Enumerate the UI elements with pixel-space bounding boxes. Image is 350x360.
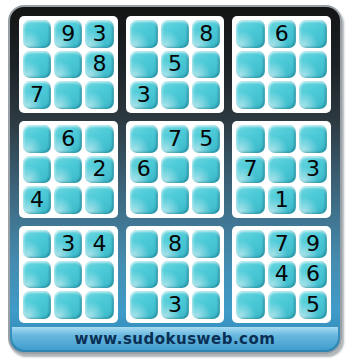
cell-r2c3[interactable]: 8 [85,51,113,79]
cell-r9c2[interactable] [54,291,82,319]
cell-r9c7[interactable] [236,291,264,319]
cell-r1c9[interactable] [299,20,327,48]
sudoku-board: 9387 853 6 624 756 731 34 83 79465 [19,16,331,323]
cell-r8c1[interactable] [23,261,51,289]
box-1: 9387 [19,16,118,113]
box-6: 731 [232,121,331,218]
cell-r7c7[interactable] [236,230,264,258]
cell-r4c9[interactable] [299,125,327,153]
cell-r6c4[interactable] [130,186,158,214]
cell-r4c3[interactable] [85,125,113,153]
box-7: 34 [19,226,118,323]
cell-r3c8[interactable] [268,81,296,109]
cell-r2c7[interactable] [236,51,264,79]
cell-r7c1[interactable] [23,230,51,258]
site-url[interactable]: www.sudokusweb.com [75,330,276,348]
cell-r4c4[interactable] [130,125,158,153]
cell-r4c8[interactable] [268,125,296,153]
cell-r8c8[interactable]: 4 [268,261,296,289]
cell-r8c6[interactable] [192,261,220,289]
box-9: 79465 [232,226,331,323]
cell-r7c5[interactable]: 8 [161,230,189,258]
cell-r5c9[interactable]: 3 [299,156,327,184]
cell-r4c7[interactable] [236,125,264,153]
cell-r3c6[interactable] [192,81,220,109]
cell-r8c9[interactable]: 6 [299,261,327,289]
cell-r5c3[interactable]: 2 [85,156,113,184]
cell-r1c1[interactable] [23,20,51,48]
cell-r6c6[interactable] [192,186,220,214]
cell-r4c6[interactable]: 5 [192,125,220,153]
cell-r6c9[interactable] [299,186,327,214]
cell-r7c3[interactable]: 4 [85,230,113,258]
cell-r8c7[interactable] [236,261,264,289]
cell-r1c5[interactable] [161,20,189,48]
cell-r6c3[interactable] [85,186,113,214]
cell-r8c3[interactable] [85,261,113,289]
cell-r3c5[interactable] [161,81,189,109]
cell-r4c5[interactable]: 7 [161,125,189,153]
cell-r1c3[interactable]: 3 [85,20,113,48]
cell-r2c9[interactable] [299,51,327,79]
cell-r5c1[interactable] [23,156,51,184]
cell-r7c6[interactable] [192,230,220,258]
sudoku-frame: 9387 853 6 624 756 731 34 83 79465 www.s… [8,5,342,354]
box-2: 853 [126,16,225,113]
cell-r9c3[interactable] [85,291,113,319]
cell-r9c6[interactable] [192,291,220,319]
cell-r6c7[interactable] [236,186,264,214]
cell-r8c2[interactable] [54,261,82,289]
cell-r2c2[interactable] [54,51,82,79]
cell-r5c6[interactable] [192,156,220,184]
cell-r2c6[interactable] [192,51,220,79]
cell-r7c2[interactable]: 3 [54,230,82,258]
cell-r9c9[interactable]: 5 [299,291,327,319]
box-3: 6 [232,16,331,113]
cell-r1c7[interactable] [236,20,264,48]
cell-r4c2[interactable]: 6 [54,125,82,153]
cell-r6c8[interactable]: 1 [268,186,296,214]
cell-r8c5[interactable] [161,261,189,289]
cell-r3c3[interactable] [85,81,113,109]
cell-r4c1[interactable] [23,125,51,153]
cell-r2c4[interactable] [130,51,158,79]
box-8: 83 [126,226,225,323]
cell-r1c8[interactable]: 6 [268,20,296,48]
cell-r9c5[interactable]: 3 [161,291,189,319]
cell-r2c5[interactable]: 5 [161,51,189,79]
cell-r5c4[interactable]: 6 [130,156,158,184]
cell-r3c2[interactable] [54,81,82,109]
box-5: 756 [126,121,225,218]
cell-r7c9[interactable]: 9 [299,230,327,258]
cell-r6c2[interactable] [54,186,82,214]
cell-r5c8[interactable] [268,156,296,184]
cell-r1c2[interactable]: 9 [54,20,82,48]
cell-r5c5[interactable] [161,156,189,184]
cell-r7c8[interactable]: 7 [268,230,296,258]
cell-r9c1[interactable] [23,291,51,319]
cell-r3c7[interactable] [236,81,264,109]
cell-r5c7[interactable]: 7 [236,156,264,184]
footer-bar: www.sudokusweb.com [12,327,338,350]
cell-r2c1[interactable] [23,51,51,79]
cell-r5c2[interactable] [54,156,82,184]
cell-r1c4[interactable] [130,20,158,48]
cell-r9c8[interactable] [268,291,296,319]
cell-r3c4[interactable]: 3 [130,81,158,109]
cell-r3c9[interactable] [299,81,327,109]
cell-r2c8[interactable] [268,51,296,79]
cell-r7c4[interactable] [130,230,158,258]
cell-r9c4[interactable] [130,291,158,319]
cell-r6c5[interactable] [161,186,189,214]
cell-r3c1[interactable]: 7 [23,81,51,109]
cell-r1c6[interactable]: 8 [192,20,220,48]
box-4: 624 [19,121,118,218]
cell-r6c1[interactable]: 4 [23,186,51,214]
cell-r8c4[interactable] [130,261,158,289]
